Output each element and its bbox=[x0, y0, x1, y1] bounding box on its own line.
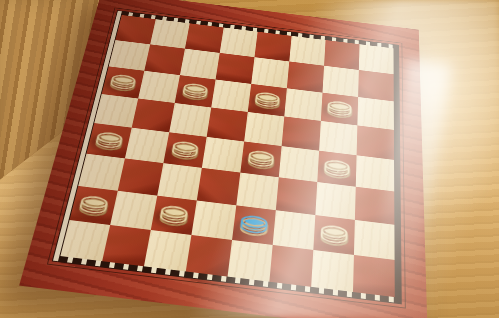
square-e7[interactable]: ⛂ bbox=[232, 205, 276, 245]
wooden-piece-c3[interactable]: ⛂ bbox=[180, 75, 211, 103]
square-c7[interactable]: ⛂ bbox=[151, 196, 197, 235]
square-d7[interactable] bbox=[191, 200, 236, 239]
square-h8[interactable] bbox=[353, 255, 395, 297]
wooden-piece-c5[interactable]: ⛂ bbox=[169, 133, 202, 164]
square-h3[interactable] bbox=[357, 97, 394, 130]
square-d5[interactable] bbox=[202, 137, 244, 173]
checkers-photo-scene: ⛂⛂⛂⛂⛂⛂⛂⛂⛂⛂⛂⛂ Overhead-angle photo of a r… bbox=[0, 0, 499, 318]
square-f5[interactable] bbox=[279, 146, 319, 182]
square-d8[interactable] bbox=[186, 235, 232, 277]
square-e8[interactable] bbox=[228, 240, 273, 282]
square-f8[interactable] bbox=[269, 245, 313, 287]
square-b6[interactable] bbox=[118, 158, 164, 195]
wooden-piece-a3[interactable]: ⛂ bbox=[107, 67, 139, 95]
square-g7[interactable]: ⛂ bbox=[313, 215, 355, 255]
square-b4[interactable] bbox=[132, 98, 175, 132]
square-c8[interactable] bbox=[144, 230, 191, 271]
wooden-piece-a5[interactable]: ⛂ bbox=[92, 123, 126, 153]
square-g5[interactable]: ⛂ bbox=[317, 151, 356, 187]
playing-area: ⛂⛂⛂⛂⛂⛂⛂⛂⛂⛂⛂⛂ bbox=[60, 15, 394, 297]
wooden-piece-g5[interactable]: ⛂ bbox=[323, 151, 352, 182]
square-b8[interactable] bbox=[102, 225, 151, 266]
wooden-piece-g7[interactable]: ⛂ bbox=[319, 215, 350, 249]
square-c5[interactable]: ⛂ bbox=[163, 132, 206, 168]
square-b7[interactable] bbox=[110, 191, 157, 230]
square-d3[interactable] bbox=[211, 80, 251, 112]
square-e3[interactable]: ⛂ bbox=[248, 84, 287, 117]
blue-piece-e7[interactable]: ⛂ bbox=[238, 206, 271, 240]
square-f7[interactable] bbox=[273, 210, 316, 250]
wooden-piece-g3[interactable]: ⛂ bbox=[326, 93, 354, 121]
square-f6[interactable] bbox=[276, 177, 317, 215]
square-c3[interactable]: ⛂ bbox=[175, 75, 216, 107]
square-f4[interactable] bbox=[282, 116, 321, 150]
square-h5[interactable] bbox=[356, 155, 394, 191]
square-h6[interactable] bbox=[355, 187, 395, 225]
square-h7[interactable] bbox=[354, 220, 395, 260]
square-g8[interactable] bbox=[311, 250, 354, 292]
wooden-piece-a7[interactable]: ⛂ bbox=[76, 186, 113, 220]
square-d6[interactable] bbox=[197, 168, 241, 206]
wooden-piece-e5[interactable]: ⛂ bbox=[246, 142, 277, 173]
inlay-border: ⛂⛂⛂⛂⛂⛂⛂⛂⛂⛂⛂⛂ bbox=[52, 10, 402, 304]
wooden-piece-c7[interactable]: ⛂ bbox=[157, 196, 192, 230]
square-a3[interactable]: ⛂ bbox=[102, 66, 145, 98]
square-h4[interactable] bbox=[357, 125, 394, 159]
square-g3[interactable]: ⛂ bbox=[321, 93, 358, 126]
wooden-piece-e3[interactable]: ⛂ bbox=[253, 84, 282, 112]
square-f3[interactable] bbox=[284, 88, 322, 121]
square-d4[interactable] bbox=[207, 107, 248, 141]
square-b3[interactable] bbox=[138, 71, 180, 103]
square-b5[interactable] bbox=[125, 128, 169, 163]
square-e5[interactable]: ⛂ bbox=[240, 141, 281, 177]
